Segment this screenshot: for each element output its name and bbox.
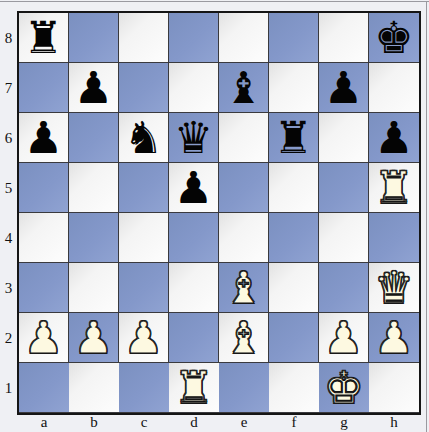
square-a6[interactable]: ♟ <box>19 113 69 163</box>
square-a4[interactable] <box>19 213 69 263</box>
piece-white-bishop[interactable]: ♝ <box>224 314 263 362</box>
piece-white-pawn[interactable]: ♟ <box>374 314 413 362</box>
square-d3[interactable] <box>169 263 219 313</box>
square-d7[interactable] <box>169 63 219 113</box>
square-d4[interactable] <box>169 213 219 263</box>
square-c3[interactable] <box>119 263 169 313</box>
square-c1[interactable] <box>119 363 169 413</box>
square-e5[interactable] <box>219 163 269 213</box>
piece-white-rook[interactable]: ♜ <box>174 364 213 412</box>
piece-white-rook[interactable]: ♜ <box>374 164 413 212</box>
square-f8[interactable] <box>269 13 319 63</box>
file-label-h: h <box>369 413 419 432</box>
square-g4[interactable] <box>319 213 369 263</box>
square-e2[interactable]: ♝ <box>219 313 269 363</box>
rank-label-3: 3 <box>0 263 17 313</box>
square-h2[interactable]: ♟ <box>369 313 419 363</box>
rank-label-8: 8 <box>0 13 17 63</box>
square-f1[interactable] <box>269 363 319 413</box>
square-e1[interactable] <box>219 363 269 413</box>
rank-label-7: 7 <box>0 63 17 113</box>
square-d1[interactable]: ♜ <box>169 363 219 413</box>
square-e4[interactable] <box>219 213 269 263</box>
square-a3[interactable] <box>19 263 69 313</box>
square-h3[interactable]: ♛ <box>369 263 419 313</box>
square-f5[interactable] <box>269 163 319 213</box>
square-a2[interactable]: ♟ <box>19 313 69 363</box>
rank-labels: 87654321 <box>0 13 17 413</box>
square-h1[interactable] <box>369 363 419 413</box>
square-f3[interactable] <box>269 263 319 313</box>
piece-black-king[interactable]: ♚ <box>374 14 413 62</box>
square-h6[interactable]: ♟ <box>369 113 419 163</box>
square-b2[interactable]: ♟ <box>69 313 119 363</box>
square-g6[interactable] <box>319 113 369 163</box>
rank-label-5: 5 <box>0 163 17 213</box>
piece-white-pawn[interactable]: ♟ <box>74 314 113 362</box>
square-f6[interactable]: ♜ <box>269 113 319 163</box>
square-b4[interactable] <box>69 213 119 263</box>
piece-black-rook[interactable]: ♜ <box>274 114 313 162</box>
square-f2[interactable] <box>269 313 319 363</box>
piece-black-pawn[interactable]: ♟ <box>24 114 63 162</box>
square-b3[interactable] <box>69 263 119 313</box>
square-g2[interactable]: ♟ <box>319 313 369 363</box>
square-c4[interactable] <box>119 213 169 263</box>
file-label-c: c <box>119 413 169 432</box>
square-e3[interactable]: ♝ <box>219 263 269 313</box>
piece-black-knight[interactable]: ♞ <box>124 114 163 162</box>
square-c2[interactable]: ♟ <box>119 313 169 363</box>
square-d6[interactable]: ♛ <box>169 113 219 163</box>
square-h7[interactable] <box>369 63 419 113</box>
square-a1[interactable] <box>19 363 69 413</box>
square-c5[interactable] <box>119 163 169 213</box>
square-d5[interactable]: ♟ <box>169 163 219 213</box>
rank-label-6: 6 <box>0 113 17 163</box>
file-label-g: g <box>319 413 369 432</box>
square-h4[interactable] <box>369 213 419 263</box>
frame-top-border <box>0 1 429 2</box>
square-d2[interactable] <box>169 313 219 363</box>
piece-black-bishop[interactable]: ♝ <box>224 64 263 112</box>
square-h8[interactable]: ♚ <box>369 13 419 63</box>
square-e8[interactable] <box>219 13 269 63</box>
piece-black-rook[interactable]: ♜ <box>24 14 63 62</box>
square-g7[interactable]: ♟ <box>319 63 369 113</box>
square-b8[interactable] <box>69 13 119 63</box>
frame-right-border <box>426 1 427 432</box>
file-label-d: d <box>169 413 219 432</box>
rank-label-1: 1 <box>0 363 17 413</box>
square-c6[interactable]: ♞ <box>119 113 169 163</box>
piece-black-pawn[interactable]: ♟ <box>174 164 213 212</box>
square-g1[interactable]: ♚ <box>319 363 369 413</box>
file-label-a: a <box>19 413 69 432</box>
square-e7[interactable]: ♝ <box>219 63 269 113</box>
square-g3[interactable] <box>319 263 369 313</box>
piece-white-king[interactable]: ♚ <box>324 364 363 412</box>
square-f4[interactable] <box>269 213 319 263</box>
file-labels: abcdefgh <box>19 413 419 432</box>
square-f7[interactable] <box>269 63 319 113</box>
square-c8[interactable] <box>119 13 169 63</box>
square-b7[interactable]: ♟ <box>69 63 119 113</box>
piece-white-pawn[interactable]: ♟ <box>324 314 363 362</box>
square-a8[interactable]: ♜ <box>19 13 69 63</box>
square-g5[interactable] <box>319 163 369 213</box>
rank-label-2: 2 <box>0 313 17 363</box>
square-b5[interactable] <box>69 163 119 213</box>
piece-black-pawn[interactable]: ♟ <box>74 64 113 112</box>
square-a7[interactable] <box>19 63 69 113</box>
file-label-b: b <box>69 413 119 432</box>
piece-white-bishop[interactable]: ♝ <box>224 264 263 312</box>
rank-label-4: 4 <box>0 213 17 263</box>
square-e6[interactable] <box>219 113 269 163</box>
square-g8[interactable] <box>319 13 369 63</box>
file-label-e: e <box>219 413 269 432</box>
piece-white-pawn[interactable]: ♟ <box>124 314 163 362</box>
square-a5[interactable] <box>19 163 69 213</box>
file-label-f: f <box>269 413 319 432</box>
square-d8[interactable] <box>169 13 219 63</box>
square-b1[interactable] <box>69 363 119 413</box>
square-b6[interactable] <box>69 113 119 163</box>
piece-black-pawn[interactable]: ♟ <box>324 64 363 112</box>
chess-board: ♜♚♟♝♟♟♞♛♜♟♟♜♝♛♟♟♟♝♟♟♜♚ <box>17 11 421 415</box>
square-c7[interactable] <box>119 63 169 113</box>
piece-white-pawn[interactable]: ♟ <box>24 314 63 362</box>
piece-white-queen[interactable]: ♛ <box>374 264 413 312</box>
piece-black-pawn[interactable]: ♟ <box>374 114 413 162</box>
square-h5[interactable]: ♜ <box>369 163 419 213</box>
piece-black-queen[interactable]: ♛ <box>174 114 213 162</box>
